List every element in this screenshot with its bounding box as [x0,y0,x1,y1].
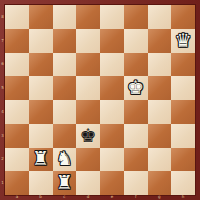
square-a1[interactable] [5,171,29,195]
square-c8[interactable] [53,5,77,29]
file-label-a: a [16,195,18,199]
square-a8[interactable] [5,5,29,29]
square-g2[interactable] [148,148,172,172]
square-g3[interactable] [148,124,172,148]
square-h2[interactable] [171,148,195,172]
square-f8[interactable] [124,5,148,29]
square-a4[interactable] [5,100,29,124]
square-b1[interactable] [29,171,53,195]
square-a3[interactable] [5,124,29,148]
square-e7[interactable] [100,29,124,53]
square-f5[interactable]: ♚ [124,76,148,100]
square-h7[interactable]: ♛ [171,29,195,53]
square-e1[interactable] [100,171,124,195]
square-a7[interactable] [5,29,29,53]
square-b5[interactable] [29,76,53,100]
square-d6[interactable] [76,53,100,77]
file-label-f: f [135,195,136,199]
square-e2[interactable] [100,148,124,172]
square-f1[interactable] [124,171,148,195]
square-b6[interactable] [29,53,53,77]
square-h3[interactable] [171,124,195,148]
square-b4[interactable] [29,100,53,124]
square-d1[interactable] [76,171,100,195]
rank-label-5: 5 [1,86,4,90]
square-h5[interactable] [171,76,195,100]
square-d3[interactable]: ♚ [76,124,100,148]
file-label-b: b [39,195,42,199]
chess-board: ♛♚♚♜♞♜ [5,5,195,195]
rank-label-2: 2 [1,157,4,161]
square-d8[interactable] [76,5,100,29]
square-g5[interactable] [148,76,172,100]
square-e3[interactable] [100,124,124,148]
square-h8[interactable] [171,5,195,29]
square-d2[interactable] [76,148,100,172]
square-b7[interactable] [29,29,53,53]
file-label-d: d [87,195,90,199]
square-a5[interactable] [5,76,29,100]
square-g7[interactable] [148,29,172,53]
rank-label-7: 7 [1,39,4,43]
white-rook[interactable]: ♜ [56,173,73,192]
square-c6[interactable] [53,53,77,77]
square-b3[interactable] [29,124,53,148]
square-g6[interactable] [148,53,172,77]
file-label-h: h [182,195,185,199]
black-king[interactable]: ♚ [80,126,97,145]
square-c7[interactable] [53,29,77,53]
file-label-g: g [158,195,161,199]
white-king[interactable]: ♚ [127,78,144,97]
chess-board-frame: ♛♚♚♜♞♜ 87654321abcdefgh [0,0,200,200]
square-f2[interactable] [124,148,148,172]
square-g4[interactable] [148,100,172,124]
square-c1[interactable]: ♜ [53,171,77,195]
square-g8[interactable] [148,5,172,29]
square-a6[interactable] [5,53,29,77]
square-g1[interactable] [148,171,172,195]
square-f7[interactable] [124,29,148,53]
square-b2[interactable]: ♜ [29,148,53,172]
white-queen[interactable]: ♛ [175,31,192,50]
square-h6[interactable] [171,53,195,77]
rank-label-3: 3 [1,134,4,138]
square-h1[interactable] [171,171,195,195]
rank-label-4: 4 [1,110,4,114]
square-h4[interactable] [171,100,195,124]
white-knight[interactable]: ♞ [56,149,73,168]
square-a2[interactable] [5,148,29,172]
square-e6[interactable] [100,53,124,77]
square-b8[interactable] [29,5,53,29]
square-e5[interactable] [100,76,124,100]
rank-label-1: 1 [1,181,4,185]
square-f3[interactable] [124,124,148,148]
square-c4[interactable] [53,100,77,124]
square-c2[interactable]: ♞ [53,148,77,172]
rank-label-6: 6 [1,62,4,66]
file-label-e: e [111,195,113,199]
square-c3[interactable] [53,124,77,148]
square-d5[interactable] [76,76,100,100]
square-f4[interactable] [124,100,148,124]
square-e8[interactable] [100,5,124,29]
rank-label-8: 8 [1,15,4,19]
square-d4[interactable] [76,100,100,124]
white-rook[interactable]: ♜ [32,149,49,168]
square-e4[interactable] [100,100,124,124]
square-f6[interactable] [124,53,148,77]
file-label-c: c [63,195,65,199]
square-d7[interactable] [76,29,100,53]
square-c5[interactable] [53,76,77,100]
